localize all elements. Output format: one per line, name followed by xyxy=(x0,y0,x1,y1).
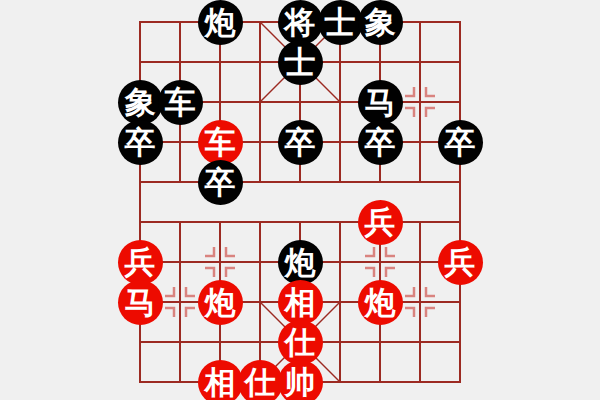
piece-red-elephant[interactable]: 相 xyxy=(198,360,243,400)
piece-black-chariot[interactable]: 车 xyxy=(158,80,203,125)
piece-red-soldier[interactable]: 兵 xyxy=(438,240,483,285)
piece-red-elephant[interactable]: 相 xyxy=(278,280,323,325)
piece-red-chariot[interactable]: 车 xyxy=(198,120,243,165)
piece-red-advisor[interactable]: 仕 xyxy=(238,360,283,400)
piece-red-cannon[interactable]: 炮 xyxy=(198,280,243,325)
piece-black-soldier[interactable]: 卒 xyxy=(438,120,483,165)
piece-red-cannon[interactable]: 炮 xyxy=(358,280,403,325)
piece-black-general[interactable]: 将 xyxy=(278,0,323,45)
piece-black-elephant[interactable]: 象 xyxy=(118,80,163,125)
piece-black-elephant[interactable]: 象 xyxy=(358,0,403,45)
piece-black-soldier[interactable]: 卒 xyxy=(118,120,163,165)
piece-black-horse[interactable]: 马 xyxy=(358,80,403,125)
xiangqi-board-screen: 炮将士象士象车马卒车卒卒卒卒兵兵炮兵马炮相炮仕相仕帅 xyxy=(0,0,600,400)
piece-red-advisor[interactable]: 仕 xyxy=(278,320,323,365)
piece-red-soldier[interactable]: 兵 xyxy=(358,200,403,245)
piece-black-soldier[interactable]: 卒 xyxy=(278,120,323,165)
piece-black-advisor[interactable]: 士 xyxy=(318,0,363,45)
piece-black-advisor[interactable]: 士 xyxy=(278,40,323,85)
piece-red-horse[interactable]: 马 xyxy=(118,280,163,325)
piece-black-soldier[interactable]: 卒 xyxy=(358,120,403,165)
piece-black-cannon[interactable]: 炮 xyxy=(278,240,323,285)
piece-black-soldier[interactable]: 卒 xyxy=(198,160,243,205)
piece-black-cannon[interactable]: 炮 xyxy=(198,0,243,45)
piece-red-soldier[interactable]: 兵 xyxy=(118,240,163,285)
piece-red-general[interactable]: 帅 xyxy=(278,360,323,400)
